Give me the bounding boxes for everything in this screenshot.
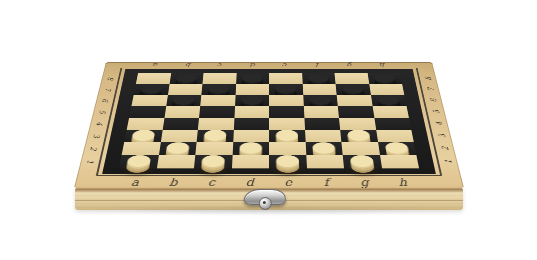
square-h8: ●	[367, 73, 402, 84]
checker-white-man-e3: ●	[274, 127, 300, 141]
checker-white-man-g1: ●	[348, 152, 376, 167]
square-b8: ●	[169, 73, 203, 84]
checker-black-man-b6: ●	[171, 92, 197, 105]
checkers-board-scene: abcdefgh 87654321 87654321 abcdefgh ●●●●…	[74, 0, 464, 260]
square-g3: ●	[340, 130, 377, 142]
checker-black-man-b8: ●	[174, 71, 199, 83]
checker-black-man-h6: ●	[375, 92, 401, 105]
file-label-cell: h	[383, 176, 423, 188]
rank-right-label-3: 3	[437, 134, 447, 138]
square-f6: ●	[303, 95, 338, 106]
checker-black-man-d8: ●	[241, 71, 264, 83]
clasp-screw-dot	[263, 201, 266, 204]
rank-left-label-1: 1	[84, 160, 95, 164]
square-e1: ●	[269, 155, 307, 168]
square-f4	[304, 118, 340, 130]
rank-left-label-4: 4	[94, 122, 104, 126]
square-a7: ●	[134, 84, 169, 95]
square-g5	[338, 106, 374, 118]
square-g1: ●	[343, 155, 382, 168]
square-e3: ●	[269, 130, 305, 142]
square-e6	[269, 95, 303, 106]
file-label-c: c	[208, 176, 216, 188]
rank-right-label-cell: 5	[426, 106, 446, 118]
square-g6	[337, 95, 373, 106]
rank-left-label-6: 6	[100, 99, 110, 103]
square-d4	[233, 118, 269, 130]
rank-right-label-cell: 6	[424, 95, 444, 106]
square-d2: ●	[232, 142, 269, 155]
square-h1	[380, 155, 420, 168]
file-label-cell: c	[192, 176, 231, 188]
file-label-a: a	[130, 176, 140, 188]
rank-left-label-8: 8	[105, 77, 114, 80]
square-d1	[231, 155, 269, 168]
square-b6: ●	[166, 95, 202, 106]
rank-right-label-cell: 8	[419, 73, 438, 84]
square-c3: ●	[197, 130, 234, 142]
rank-right-label-4: 4	[434, 122, 444, 126]
checker-black-man-f8: ●	[306, 71, 330, 83]
square-f5	[303, 106, 339, 118]
square-a3: ●	[124, 130, 162, 142]
rank-right-label-cell: 7	[421, 84, 440, 95]
rank-left-label-7: 7	[103, 88, 113, 91]
checker-white-man-h2: ●	[383, 139, 411, 154]
rank-right-label-2: 2	[440, 147, 450, 151]
square-f8: ●	[302, 73, 336, 84]
checker-white-man-a3: ●	[130, 127, 158, 141]
square-c6	[200, 95, 235, 106]
square-c5	[199, 106, 235, 118]
checker-white-man-b2: ●	[164, 139, 191, 154]
square-h4	[374, 118, 411, 130]
square-a6	[131, 95, 167, 106]
checker-black-man-g7: ●	[340, 81, 365, 94]
square-d6: ●	[235, 95, 269, 106]
checker-black-man-e7: ●	[274, 81, 298, 94]
checker-black-man-d6: ●	[240, 92, 264, 105]
file-label-g: g	[360, 176, 370, 188]
square-a1: ●	[119, 155, 159, 168]
board-pinstripe-frame: ●●●●●●●●●●●●●●●●●●●●●●●●	[96, 68, 443, 176]
square-e5	[269, 106, 304, 118]
file-label-f: f	[323, 176, 329, 188]
square-b4	[162, 118, 199, 130]
rank-right-label-cell: 2	[434, 142, 455, 155]
rank-right-label-cell: 4	[429, 118, 449, 130]
square-b5	[164, 106, 200, 118]
file-label-h: h	[398, 176, 408, 188]
rank-right-label-5: 5	[431, 110, 441, 114]
checkers-board: abcdefgh 87654321 87654321 abcdefgh ●●●●…	[74, 62, 464, 188]
rank-right-label-cell: 3	[432, 130, 453, 142]
rank-right-label-7: 7	[426, 88, 436, 91]
board-black-margin: ●●●●●●●●●●●●●●●●●●●●●●●●	[102, 69, 436, 174]
rank-right-label-1: 1	[443, 160, 454, 164]
square-d5	[234, 106, 269, 118]
square-b2: ●	[158, 142, 196, 155]
file-label-cell: a	[115, 176, 155, 188]
square-g7: ●	[336, 84, 371, 95]
file-label-cell: b	[154, 176, 194, 188]
rank-right-label-cell: 1	[437, 155, 459, 168]
square-e7: ●	[269, 84, 303, 95]
checker-white-man-c3: ●	[202, 127, 228, 141]
file-label-cell: f	[307, 176, 346, 188]
square-c7: ●	[201, 84, 235, 95]
square-b1	[156, 155, 195, 168]
checker-black-man-h8: ●	[372, 71, 397, 83]
file-label-cell: g	[345, 176, 385, 188]
square-f1	[306, 155, 344, 168]
file-label-b: b	[169, 176, 179, 188]
rank-right-label-8: 8	[423, 77, 432, 80]
board-shadow	[82, 208, 456, 215]
checker-white-man-f2: ●	[310, 139, 337, 154]
square-h2: ●	[378, 142, 417, 155]
square-c1: ●	[194, 155, 232, 168]
board-grid: ●●●●●●●●●●●●●●●●●●●●●●●●	[119, 73, 419, 168]
checker-white-man-a1: ●	[125, 152, 154, 167]
checker-white-man-c1: ●	[200, 152, 227, 167]
rank-left-label-5: 5	[97, 110, 107, 114]
rank-right-label-6: 6	[428, 99, 438, 103]
checker-white-man-d2: ●	[238, 139, 264, 154]
checker-white-man-g3: ●	[345, 127, 372, 141]
square-h6: ●	[370, 95, 406, 106]
checker-black-man-c7: ●	[206, 81, 230, 94]
photo-canvas: abcdefgh 87654321 87654321 abcdefgh ●●●●…	[0, 0, 537, 260]
square-a5	[129, 106, 166, 118]
checker-black-man-f6: ●	[308, 92, 333, 105]
rank-left-label-2: 2	[88, 147, 98, 151]
checker-black-man-a7: ●	[139, 81, 165, 94]
square-f2: ●	[305, 142, 342, 155]
rank-left-label-3: 3	[91, 134, 101, 138]
square-d8: ●	[236, 73, 269, 84]
square-h5	[372, 106, 409, 118]
board-top-surface: abcdefgh 87654321 87654321 abcdefgh ●●●●…	[74, 62, 464, 188]
checker-white-man-e1: ●	[274, 152, 300, 167]
